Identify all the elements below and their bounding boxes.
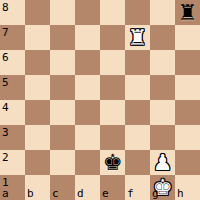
- square-c1[interactable]: c: [50, 175, 75, 200]
- square-a6[interactable]: 6: [0, 50, 25, 75]
- square-c7[interactable]: [50, 25, 75, 50]
- file-label-b: b: [27, 188, 34, 199]
- square-f7[interactable]: ♜: [125, 25, 150, 50]
- square-a4[interactable]: 4: [0, 100, 25, 125]
- black-king[interactable]: ♚: [103, 150, 123, 175]
- square-f1[interactable]: f: [125, 175, 150, 200]
- square-g2[interactable]: ♟: [150, 150, 175, 175]
- file-label-e: e: [102, 188, 109, 199]
- square-h6[interactable]: [175, 50, 200, 75]
- square-e6[interactable]: [100, 50, 125, 75]
- square-g6[interactable]: [150, 50, 175, 75]
- square-f6[interactable]: [125, 50, 150, 75]
- square-d6[interactable]: [75, 50, 100, 75]
- square-c6[interactable]: [50, 50, 75, 75]
- square-e8[interactable]: [100, 0, 125, 25]
- file-label-h: h: [177, 188, 184, 199]
- square-d8[interactable]: [75, 0, 100, 25]
- square-d5[interactable]: [75, 75, 100, 100]
- rank-label-2: 2: [2, 152, 9, 163]
- square-b4[interactable]: [25, 100, 50, 125]
- square-b8[interactable]: [25, 0, 50, 25]
- square-c3[interactable]: [50, 125, 75, 150]
- rank-label-4: 4: [2, 102, 9, 113]
- square-h1[interactable]: h: [175, 175, 200, 200]
- square-f8[interactable]: [125, 0, 150, 25]
- square-c4[interactable]: [50, 100, 75, 125]
- square-b1[interactable]: b: [25, 175, 50, 200]
- file-label-c: c: [52, 188, 59, 199]
- square-a5[interactable]: 5: [0, 75, 25, 100]
- square-b7[interactable]: [25, 25, 50, 50]
- square-g3[interactable]: [150, 125, 175, 150]
- square-g8[interactable]: [150, 0, 175, 25]
- square-d1[interactable]: d: [75, 175, 100, 200]
- square-h5[interactable]: [175, 75, 200, 100]
- square-a3[interactable]: 3: [0, 125, 25, 150]
- square-e5[interactable]: [100, 75, 125, 100]
- square-e2[interactable]: ♚: [100, 150, 125, 175]
- square-b6[interactable]: [25, 50, 50, 75]
- rank-label-7: 7: [2, 27, 9, 38]
- white-pawn[interactable]: ♟: [153, 150, 173, 175]
- square-d2[interactable]: [75, 150, 100, 175]
- rank-label-3: 3: [2, 127, 9, 138]
- square-f5[interactable]: [125, 75, 150, 100]
- file-label-d: d: [77, 188, 84, 199]
- file-label-a: a: [2, 188, 9, 199]
- square-h8[interactable]: ♜: [175, 0, 200, 25]
- square-b2[interactable]: [25, 150, 50, 175]
- square-e1[interactable]: e: [100, 175, 125, 200]
- square-b5[interactable]: [25, 75, 50, 100]
- square-a7[interactable]: 7: [0, 25, 25, 50]
- square-h3[interactable]: [175, 125, 200, 150]
- square-f2[interactable]: [125, 150, 150, 175]
- square-e7[interactable]: [100, 25, 125, 50]
- square-c8[interactable]: [50, 0, 75, 25]
- square-f4[interactable]: [125, 100, 150, 125]
- square-g5[interactable]: [150, 75, 175, 100]
- chess-board: 8♜7♜65432♚♟1abcdefg♚h: [0, 0, 200, 200]
- square-h4[interactable]: [175, 100, 200, 125]
- square-h7[interactable]: [175, 25, 200, 50]
- square-a8[interactable]: 8: [0, 0, 25, 25]
- rank-label-5: 5: [2, 77, 9, 88]
- square-d7[interactable]: [75, 25, 100, 50]
- square-g4[interactable]: [150, 100, 175, 125]
- square-c5[interactable]: [50, 75, 75, 100]
- square-e3[interactable]: [100, 125, 125, 150]
- square-g7[interactable]: [150, 25, 175, 50]
- rank-label-1: 1: [2, 177, 9, 188]
- square-d3[interactable]: [75, 125, 100, 150]
- square-a2[interactable]: 2: [0, 150, 25, 175]
- square-e4[interactable]: [100, 100, 125, 125]
- square-d4[interactable]: [75, 100, 100, 125]
- file-label-f: f: [127, 188, 134, 199]
- square-b3[interactable]: [25, 125, 50, 150]
- black-rook[interactable]: ♜: [178, 0, 198, 25]
- square-f3[interactable]: [125, 125, 150, 150]
- square-h2[interactable]: [175, 150, 200, 175]
- square-a1[interactable]: 1a: [0, 175, 25, 200]
- rank-label-8: 8: [2, 2, 9, 13]
- white-king[interactable]: ♚: [153, 175, 173, 200]
- white-rook[interactable]: ♜: [128, 25, 148, 50]
- rank-label-6: 6: [2, 52, 9, 63]
- square-c2[interactable]: [50, 150, 75, 175]
- square-g1[interactable]: g♚: [150, 175, 175, 200]
